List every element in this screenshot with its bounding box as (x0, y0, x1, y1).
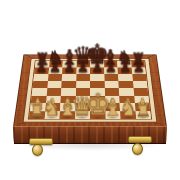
square-g6[interactable] (118, 74, 133, 81)
square-f7[interactable]: ♟ (104, 67, 118, 74)
square-g1[interactable]: ♞ (120, 111, 136, 119)
black-pawn[interactable]: ♟ (63, 61, 75, 75)
black-pawn[interactable]: ♟ (105, 61, 117, 75)
latch-plate-icon (29, 138, 53, 145)
square-c6[interactable] (62, 74, 76, 81)
square-a6[interactable] (33, 74, 48, 81)
square-h1[interactable]: ♜ (135, 111, 151, 119)
square-c7[interactable]: ♟ (62, 67, 76, 74)
latch-ring-icon (132, 143, 143, 155)
square-d6[interactable] (76, 74, 90, 81)
latch-plate-icon (128, 136, 152, 143)
chess-board-3d: ♜♞♝♛♚♝♞♜♟♟♟♟♟♟♟♟♟♟♟♟♟♟♟♟♜♞♝♛♚♝♞♜ (13, 55, 167, 127)
latch-ring-icon (32, 144, 43, 156)
square-e6[interactable] (90, 74, 104, 81)
square-h5[interactable] (132, 81, 147, 88)
black-pawn[interactable]: ♟ (119, 61, 131, 75)
square-c5[interactable] (61, 81, 76, 88)
black-pawn[interactable]: ♟ (91, 61, 103, 75)
square-d7[interactable]: ♟ (76, 67, 90, 74)
square-e7[interactable]: ♟ (90, 67, 104, 74)
square-h7[interactable]: ♟ (131, 67, 146, 74)
chess-set-photo: ♜♞♝♛♚♝♞♜♟♟♟♟♟♟♟♟♟♟♟♟♟♟♟♟♜♞♝♛♚♝♞♜ (0, 0, 180, 180)
square-a5[interactable] (33, 81, 48, 88)
square-b6[interactable] (48, 74, 63, 81)
black-pawn[interactable]: ♟ (77, 61, 89, 75)
square-h6[interactable] (132, 74, 147, 81)
square-a7[interactable]: ♟ (34, 67, 49, 74)
square-g7[interactable]: ♟ (118, 67, 132, 74)
black-pawn[interactable]: ♟ (35, 61, 47, 75)
square-g5[interactable] (118, 81, 133, 88)
black-pawn[interactable]: ♟ (49, 61, 61, 75)
board-border-inlay: ♜♞♝♛♚♝♞♜♟♟♟♟♟♟♟♟♟♟♟♟♟♟♟♟♜♞♝♛♚♝♞♜ (23, 58, 158, 122)
chess-grid: ♜♞♝♛♚♝♞♜♟♟♟♟♟♟♟♟♟♟♟♟♟♟♟♟♜♞♝♛♚♝♞♜ (28, 60, 152, 119)
board-frame: ♜♞♝♛♚♝♞♜♟♟♟♟♟♟♟♟♟♟♟♟♟♟♟♟♜♞♝♛♚♝♞♜ (13, 55, 167, 127)
square-b5[interactable] (47, 81, 62, 88)
square-f6[interactable] (104, 74, 118, 81)
white-rook[interactable]: ♜ (135, 100, 152, 119)
black-pawn[interactable]: ♟ (133, 61, 145, 75)
square-b7[interactable]: ♟ (48, 67, 62, 74)
